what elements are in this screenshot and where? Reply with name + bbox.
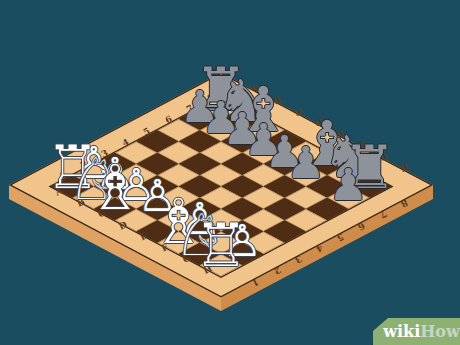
logo-wiki-text: wiki <box>383 322 420 341</box>
board-grid <box>48 95 393 278</box>
wikihow-logo: wikiHow <box>373 318 460 345</box>
illustration-scene: AABBCCDDEEFFGGHH1122334455667788 ♜♞♟♝♟♟♟… <box>0 0 460 345</box>
chess-board <box>9 73 433 298</box>
logo-how-text: How <box>420 322 460 341</box>
